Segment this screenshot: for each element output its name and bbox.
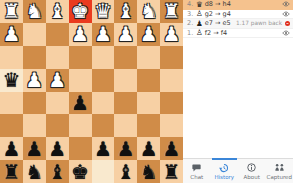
- square-b4[interactable]: [137, 69, 160, 92]
- eye-icon[interactable]: [282, 11, 290, 17]
- square-c5[interactable]: [114, 92, 137, 115]
- square-c8[interactable]: ♝: [114, 160, 137, 183]
- tab-label: Captured: [267, 174, 292, 180]
- square-h1[interactable]: ♜: [0, 0, 23, 23]
- eval-annotation: 1.17 pawn back: [236, 20, 282, 26]
- black-pawn-f7[interactable]: ♟: [48, 139, 66, 159]
- bottom-tab-bar: ChatHistoryAboutCaptured: [183, 158, 293, 183]
- tab-history[interactable]: History: [211, 159, 239, 183]
- square-d4[interactable]: [92, 69, 115, 92]
- black-knight-g8[interactable]: ♞: [25, 162, 43, 182]
- square-b3[interactable]: [137, 46, 160, 69]
- black-bishop-c8[interactable]: ♝: [117, 162, 135, 182]
- white-knight-b1[interactable]: ♞: [140, 1, 158, 21]
- square-a1[interactable]: ♜: [160, 0, 183, 23]
- black-bishop-f8[interactable]: ♝: [48, 162, 66, 182]
- square-f5[interactable]: [46, 92, 69, 115]
- square-a5[interactable]: [160, 92, 183, 115]
- square-h7[interactable]: ♟: [0, 137, 23, 160]
- eye-icon[interactable]: [282, 1, 290, 7]
- move-row-3[interactable]: 3.♙g2 → g4: [183, 10, 293, 20]
- square-b5[interactable]: [137, 92, 160, 115]
- move-number: 1.: [187, 29, 194, 37]
- square-b2[interactable]: ♟: [137, 23, 160, 46]
- white-pawn-c2[interactable]: ♟: [117, 24, 135, 44]
- square-c3[interactable]: [114, 46, 137, 69]
- square-f2[interactable]: [46, 23, 69, 46]
- square-d2[interactable]: ♟: [92, 23, 115, 46]
- about-icon: [247, 163, 256, 173]
- white-pawn-g4[interactable]: ♟: [25, 70, 43, 90]
- square-g8[interactable]: ♞: [23, 160, 46, 183]
- white-pawn-f4[interactable]: ♟: [48, 70, 66, 90]
- move-number: 4.: [187, 0, 194, 8]
- chess-board[interactable]: ♜♞♝♚♛♝♞♜♟♟♟♟♟♟♛♟♟♟♟♟♟♟♟♟♟♜♞♝♚♝♞♜: [0, 0, 183, 183]
- square-f6[interactable]: [46, 114, 69, 137]
- square-a4[interactable]: [160, 69, 183, 92]
- square-e4[interactable]: [69, 69, 92, 92]
- tab-about[interactable]: About: [238, 159, 266, 183]
- white-knight-g1[interactable]: ♞: [25, 1, 43, 21]
- white-rook-a1[interactable]: ♜: [163, 1, 181, 21]
- eye-icon[interactable]: [282, 30, 290, 36]
- square-g4[interactable]: ♟: [23, 69, 46, 92]
- tab-label: Chat: [190, 174, 203, 180]
- square-f1[interactable]: ♝: [46, 0, 69, 23]
- move-row-1[interactable]: 1.♙f2 → f4: [183, 29, 293, 39]
- square-e7[interactable]: [69, 137, 92, 160]
- moved-piece-icon: ♟: [196, 20, 203, 28]
- square-h5[interactable]: [0, 92, 23, 115]
- square-e2[interactable]: ♟: [69, 23, 92, 46]
- square-e5[interactable]: ♟: [69, 92, 92, 115]
- square-a7[interactable]: ♟: [160, 137, 183, 160]
- moved-piece-icon: ♛: [196, 1, 203, 9]
- black-pawn-b7[interactable]: ♟: [140, 139, 158, 159]
- square-a2[interactable]: ♟: [160, 23, 183, 46]
- square-f3[interactable]: [46, 46, 69, 69]
- black-rook-h8[interactable]: ♜: [2, 162, 20, 182]
- square-d5[interactable]: [92, 92, 115, 115]
- square-d8[interactable]: [92, 160, 115, 183]
- move-number: 3.: [187, 10, 194, 18]
- captured-icon: [274, 163, 285, 173]
- tab-chat[interactable]: Chat: [183, 159, 211, 183]
- chat-icon: [192, 163, 201, 173]
- square-e1[interactable]: ♚: [69, 0, 92, 23]
- square-e3[interactable]: [69, 46, 92, 69]
- square-g2[interactable]: [23, 23, 46, 46]
- square-g7[interactable]: ♟: [23, 137, 46, 160]
- move-history-list: 4.♛d8 → h43.♙g2 → g42.♟e7 → e51.17 pawn …: [183, 0, 293, 38]
- tab-captured[interactable]: Captured: [266, 159, 294, 183]
- black-knight-b8[interactable]: ♞: [140, 162, 158, 182]
- white-queen-d1[interactable]: ♛: [94, 1, 112, 21]
- square-d6[interactable]: [92, 114, 115, 137]
- square-c7[interactable]: ♟: [114, 137, 137, 160]
- white-bishop-c1[interactable]: ♝: [117, 1, 135, 21]
- chess-app-window: ♜♞♝♚♛♝♞♜♟♟♟♟♟♟♛♟♟♟♟♟♟♟♟♟♟♜♞♝♚♝♞♜ 4.♛d8 →…: [0, 0, 293, 183]
- white-pawn-b2[interactable]: ♟: [140, 24, 158, 44]
- square-d1[interactable]: ♛: [92, 0, 115, 23]
- white-pawn-e2[interactable]: ♟: [71, 24, 89, 44]
- square-b8[interactable]: ♞: [137, 160, 160, 183]
- white-pawn-h2[interactable]: ♟: [2, 24, 20, 44]
- square-f7[interactable]: ♟: [46, 137, 69, 160]
- move-text: f2 → f4: [205, 29, 227, 37]
- square-h4[interactable]: ♛: [0, 69, 23, 92]
- white-rook-h1[interactable]: ♜: [2, 1, 20, 21]
- square-g6[interactable]: [23, 114, 46, 137]
- square-a3[interactable]: [160, 46, 183, 69]
- square-h8[interactable]: ♜: [0, 160, 23, 183]
- white-pawn-d2[interactable]: ♟: [94, 24, 112, 44]
- square-a6[interactable]: [160, 114, 183, 137]
- black-pawn-d7[interactable]: ♟: [94, 139, 112, 159]
- square-f8[interactable]: ♝: [46, 160, 69, 183]
- move-text: g2 → g4: [205, 10, 231, 18]
- square-b6[interactable]: [137, 114, 160, 137]
- square-c1[interactable]: ♝: [114, 0, 137, 23]
- black-pawn-g7[interactable]: ♟: [25, 139, 43, 159]
- history-icon: [219, 163, 229, 173]
- white-bishop-f1[interactable]: ♝: [48, 1, 66, 21]
- square-c4[interactable]: [114, 69, 137, 92]
- blunder-badge: –: [285, 21, 290, 26]
- square-h3[interactable]: [0, 46, 23, 69]
- square-e6[interactable]: [69, 114, 92, 137]
- black-pawn-c7[interactable]: ♟: [117, 139, 135, 159]
- square-g5[interactable]: [23, 92, 46, 115]
- square-b7[interactable]: ♟: [137, 137, 160, 160]
- square-e8[interactable]: ♚: [69, 160, 92, 183]
- square-c2[interactable]: ♟: [114, 23, 137, 46]
- square-a8[interactable]: ♜: [160, 160, 183, 183]
- black-king-e8[interactable]: ♚: [71, 162, 89, 182]
- move-number: 2.: [187, 19, 194, 27]
- move-text: e7 → e5: [205, 19, 231, 27]
- black-queen-h4[interactable]: ♛: [2, 70, 20, 90]
- moved-piece-icon: ♙: [196, 29, 203, 37]
- square-c6[interactable]: [114, 114, 137, 137]
- square-g1[interactable]: ♞: [23, 0, 46, 23]
- black-pawn-h7[interactable]: ♟: [2, 139, 20, 159]
- square-b1[interactable]: ♞: [137, 0, 160, 23]
- square-h6[interactable]: [0, 114, 23, 137]
- tab-label: History: [214, 174, 234, 180]
- white-pawn-a2[interactable]: ♟: [163, 24, 181, 44]
- tab-label: About: [244, 174, 260, 180]
- white-king-e1[interactable]: ♚: [71, 1, 89, 21]
- square-d7[interactable]: ♟: [92, 137, 115, 160]
- side-panel: 4.♛d8 → h43.♙g2 → g42.♟e7 → e51.17 pawn …: [183, 0, 293, 183]
- black-pawn-a7[interactable]: ♟: [163, 139, 181, 159]
- square-d3[interactable]: [92, 46, 115, 69]
- square-g3[interactable]: [23, 46, 46, 69]
- moved-piece-icon: ♙: [196, 10, 203, 18]
- move-text: d8 → h4: [205, 0, 231, 8]
- square-h2[interactable]: ♟: [0, 23, 23, 46]
- black-rook-a8[interactable]: ♜: [163, 162, 181, 182]
- black-pawn-e5[interactable]: ♟: [71, 93, 89, 113]
- square-f4[interactable]: ♟: [46, 69, 69, 92]
